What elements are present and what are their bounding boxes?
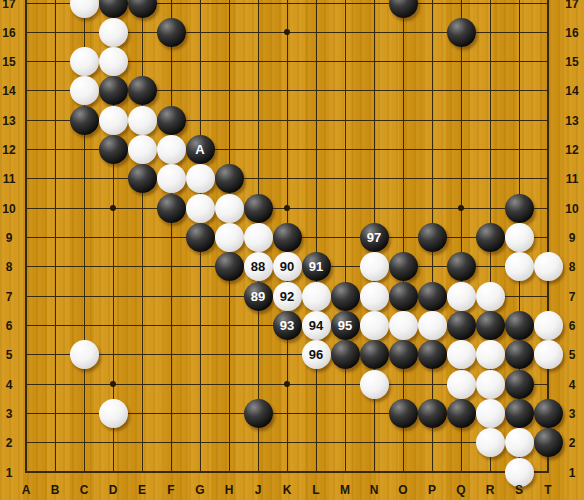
stone-white-R2 [476,428,505,457]
stone-black-J3 [244,399,273,428]
stone-white-L7 [302,282,331,311]
column-label: N [370,483,379,497]
stone-move-label: 92 [280,290,294,303]
stone-white-E13 [128,106,157,135]
stone-white-F11 [157,164,186,193]
row-label-right: 17 [565,0,578,11]
row-label-right: 10 [565,202,578,216]
stone-black-N5 [360,340,389,369]
stone-white-D16 [99,18,128,47]
stone-black-S10 [505,194,534,223]
stone-white-O6 [389,311,418,340]
column-label: J [255,483,262,497]
stone-black-H11 [215,164,244,193]
stone-black-C13 [70,106,99,135]
stone-white-L5: 96 [302,340,331,369]
stone-black-Q16 [447,18,476,47]
stone-white-S8 [505,252,534,281]
column-label: L [312,483,319,497]
column-label: R [486,483,495,497]
stone-white-K8: 90 [273,252,302,281]
stone-white-N6 [360,311,389,340]
stone-white-N7 [360,282,389,311]
row-label-right: 13 [565,114,578,128]
stone-black-M7 [331,282,360,311]
star-point [284,381,290,387]
stone-move-label: 94 [309,319,323,332]
stone-white-C17 [70,0,99,18]
stone-black-P5 [418,340,447,369]
stone-black-S4 [505,370,534,399]
star-point [458,205,464,211]
stone-black-F16 [157,18,186,47]
stone-black-M5 [331,340,360,369]
go-board[interactable]: A978890918992939495961716151413121110987… [0,0,584,500]
stone-black-D12 [99,135,128,164]
stone-black-Q3 [447,399,476,428]
row-label-right: 7 [569,290,576,304]
stone-black-J10 [244,194,273,223]
stone-black-O17 [389,0,418,18]
stone-white-N8 [360,252,389,281]
grid-line [25,178,549,179]
stone-white-Q5 [447,340,476,369]
row-label-left: 2 [6,436,13,450]
stone-move-label: 95 [338,319,352,332]
column-label: E [138,483,146,497]
stone-white-P6 [418,311,447,340]
stone-black-O8 [389,252,418,281]
row-label-right: 16 [565,26,578,40]
stone-black-P3 [418,399,447,428]
stone-black-G9 [186,223,215,252]
row-label-right: 14 [565,84,578,98]
row-label-left: 6 [6,319,13,333]
stone-black-D17 [99,0,128,18]
stone-black-P7 [418,282,447,311]
stone-white-J8: 88 [244,252,273,281]
row-label-right: 6 [569,319,576,333]
stone-black-F10 [157,194,186,223]
star-point [284,205,290,211]
stone-move-label: 91 [309,260,323,273]
stone-white-R7 [476,282,505,311]
stone-black-R6 [476,311,505,340]
column-label: S [515,483,523,497]
column-label: H [225,483,234,497]
stone-black-O5 [389,340,418,369]
stone-white-R4 [476,370,505,399]
row-label-left: 17 [2,0,15,11]
stone-black-L8: 91 [302,252,331,281]
row-label-right: 3 [569,407,576,421]
stone-white-N4 [360,370,389,399]
column-label: O [398,483,407,497]
stone-move-label: 96 [309,348,323,361]
row-label-left: 3 [6,407,13,421]
stone-black-H8 [215,252,244,281]
column-label: A [22,483,31,497]
stone-black-T2 [534,428,563,457]
stone-black-P9 [418,223,447,252]
star-point [110,381,116,387]
stone-white-C15 [70,47,99,76]
stone-move-label: 93 [280,319,294,332]
stone-black-J7: 89 [244,282,273,311]
stone-move-label: 90 [280,260,294,273]
stone-black-F13 [157,106,186,135]
stone-black-T3 [534,399,563,428]
column-label: M [340,483,350,497]
stone-white-C5 [70,340,99,369]
stone-white-T5 [534,340,563,369]
stone-white-L6: 94 [302,311,331,340]
stone-black-S6 [505,311,534,340]
row-label-left: 5 [6,348,13,362]
stone-white-C14 [70,76,99,105]
row-label-right: 15 [565,55,578,69]
stone-move-label: 88 [251,260,265,273]
stone-black-S5 [505,340,534,369]
column-label: F [167,483,174,497]
column-label: G [195,483,204,497]
stone-black-E17 [128,0,157,18]
grid-line [25,442,549,443]
row-label-left: 13 [2,114,15,128]
stone-move-label: A [195,143,204,156]
stone-move-label: 97 [367,231,381,244]
row-label-right: 12 [565,143,578,157]
stone-white-E12 [128,135,157,164]
row-label-left: 14 [2,84,15,98]
row-label-left: 10 [2,202,15,216]
column-label: T [544,483,551,497]
row-label-left: 15 [2,55,15,69]
grid-line [25,471,549,473]
row-label-left: 8 [6,260,13,274]
stone-white-H9 [215,223,244,252]
stone-black-Q6 [447,311,476,340]
stone-white-T8 [534,252,563,281]
stone-white-D3 [99,399,128,428]
row-label-left: 9 [6,231,13,245]
row-label-left: 16 [2,26,15,40]
star-point [284,29,290,35]
star-point [110,205,116,211]
stone-black-K9 [273,223,302,252]
stone-black-E11 [128,164,157,193]
stone-white-Q7 [447,282,476,311]
stone-black-O7 [389,282,418,311]
stone-black-E14 [128,76,157,105]
column-label: K [283,483,292,497]
stone-white-J9 [244,223,273,252]
stone-white-D15 [99,47,128,76]
column-label: C [80,483,89,497]
row-label-right: 9 [569,231,576,245]
row-label-right: 2 [569,436,576,450]
stone-black-K6: 93 [273,311,302,340]
stone-black-N9: 97 [360,223,389,252]
column-label: B [51,483,60,497]
stone-black-S3 [505,399,534,428]
row-label-left: 12 [2,143,15,157]
stone-white-K7: 92 [273,282,302,311]
stone-white-G10 [186,194,215,223]
stone-black-R9 [476,223,505,252]
row-label-right: 8 [569,260,576,274]
stone-white-Q4 [447,370,476,399]
stone-black-Q8 [447,252,476,281]
stone-white-D13 [99,106,128,135]
row-label-left: 1 [6,466,13,480]
column-label: P [428,483,436,497]
row-label-left: 7 [6,290,13,304]
stone-black-O3 [389,399,418,428]
row-label-right: 1 [569,466,576,480]
row-label-right: 4 [569,378,576,392]
stone-white-S9 [505,223,534,252]
stone-black-M6: 95 [331,311,360,340]
stone-white-T6 [534,311,563,340]
row-label-right: 11 [566,172,579,186]
stone-move-label: 89 [251,290,265,303]
row-label-right: 5 [569,348,576,362]
row-label-left: 11 [3,172,16,186]
row-label-left: 4 [6,378,13,392]
column-label: D [109,483,118,497]
stone-white-H10 [215,194,244,223]
stone-white-G11 [186,164,215,193]
stone-white-S2 [505,428,534,457]
stone-white-F12 [157,135,186,164]
stone-black-D14 [99,76,128,105]
stone-black-G12: A [186,135,215,164]
stone-white-R5 [476,340,505,369]
column-label: Q [456,483,465,497]
stone-white-R3 [476,399,505,428]
